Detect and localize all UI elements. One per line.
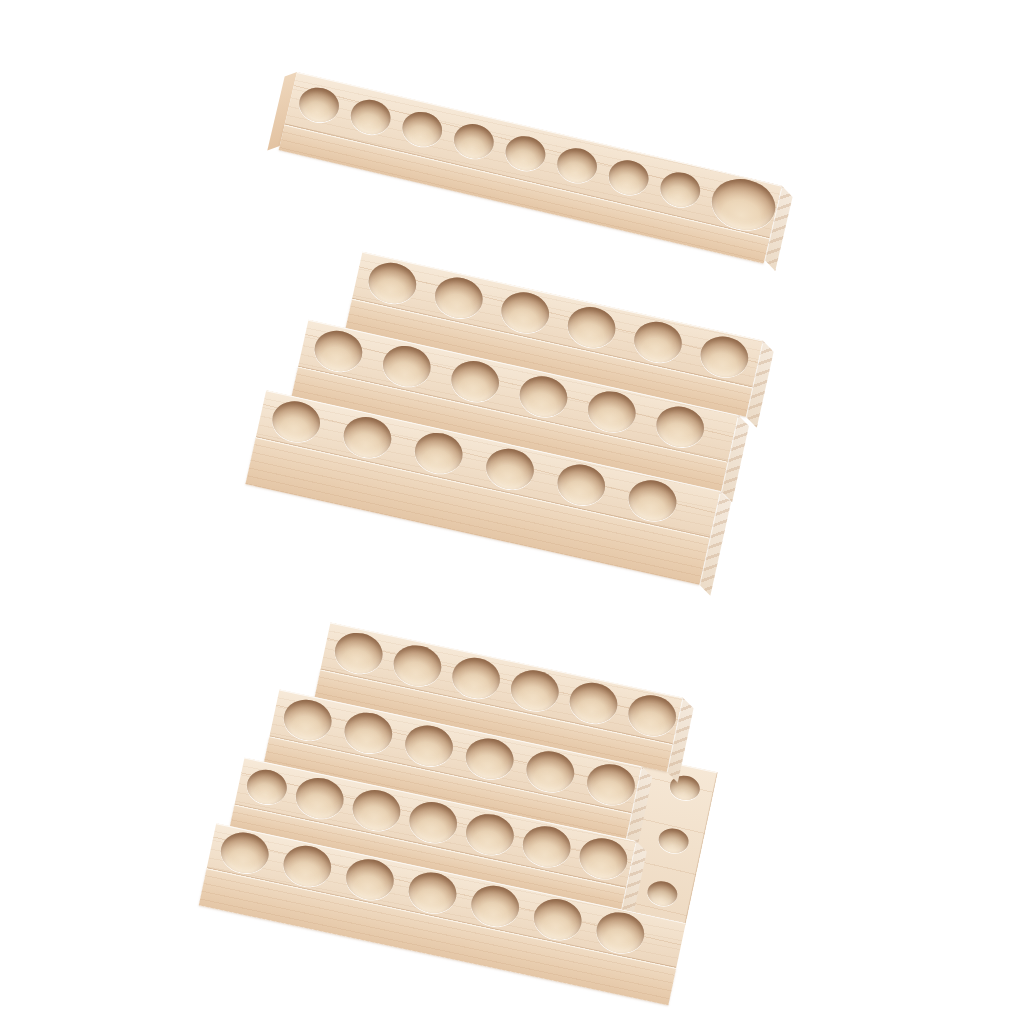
bottle-pit: [625, 476, 681, 525]
strip-display-rack: [279, 72, 782, 264]
three-tier-display-rack: [245, 238, 762, 587]
bottle-pit: [296, 84, 343, 126]
bottle-pit: [593, 908, 648, 957]
bottle-pit: [448, 653, 503, 702]
bottle-pit: [399, 108, 446, 150]
bottle-pit: [342, 855, 397, 904]
bottle-pit: [564, 303, 620, 352]
bottle-pit: [554, 144, 601, 186]
bottle-pit: [584, 387, 640, 436]
bottle-pit: [656, 826, 690, 856]
bottle-pit: [507, 666, 562, 715]
bottle-pit: [406, 798, 461, 847]
bottle-pit: [431, 273, 487, 322]
bottle-pit: [530, 895, 585, 944]
bottle-pit: [447, 357, 503, 406]
bottle-pit: [268, 397, 324, 446]
bottle-pit: [519, 822, 574, 871]
bottle-pit: [523, 747, 578, 796]
bottle-pit: [605, 156, 652, 198]
bottle-pit: [311, 326, 367, 375]
bottle-pit: [645, 879, 679, 909]
strip-tier: [279, 72, 782, 264]
bottle-pit: [697, 332, 753, 381]
bottle-pit: [340, 413, 396, 462]
bottle-pit: [217, 828, 272, 877]
bottle-pit: [566, 678, 621, 727]
bottle-pit: [516, 372, 572, 421]
bottle-pit: [365, 258, 421, 307]
bottle-pit: [347, 96, 394, 138]
bottle-pit: [244, 766, 290, 808]
bottle-pit: [401, 721, 456, 770]
bottle-pit: [390, 641, 445, 690]
bottle-pit: [292, 774, 347, 823]
bottle-pit: [331, 629, 386, 678]
bottle-pit: [630, 317, 686, 366]
bottle-pit: [625, 691, 680, 740]
bottle-pit: [497, 288, 553, 337]
bottle-pit: [468, 881, 523, 930]
bottle-pit: [349, 786, 404, 835]
bottle-pit: [411, 428, 467, 477]
bottle-pit: [657, 169, 704, 211]
bottle-pit: [502, 132, 549, 174]
bottle-pit: [451, 120, 498, 162]
product-photo-stage: [0, 0, 1024, 1024]
bottle-pit: [462, 810, 517, 859]
bottle-pit: [576, 834, 631, 883]
bottle-pit: [280, 695, 335, 744]
bottle-pit: [280, 842, 335, 891]
bottle-pit: [405, 868, 460, 917]
bottle-pit: [583, 760, 638, 809]
bottle-pit: [379, 341, 435, 390]
four-tier-display-rack: [199, 608, 732, 1005]
bottle-pit: [341, 708, 396, 757]
bottle-pit: [652, 402, 708, 451]
bottle-pit: [482, 444, 538, 493]
bottle-pit: [554, 460, 610, 509]
bottle-pit: [462, 734, 517, 783]
